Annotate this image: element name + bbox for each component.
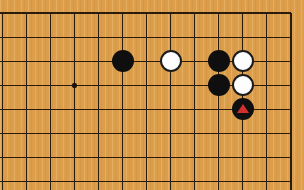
intersection-O17[interactable] [159, 49, 183, 73]
grid-line-v [146, 13, 147, 25]
grid-line-v [170, 73, 171, 97]
intersection-R19[interactable] [231, 1, 255, 25]
intersection-M19[interactable] [111, 1, 135, 25]
grid-line-v [290, 13, 292, 25]
grid-line-v [218, 13, 219, 25]
intersection-G19[interactable] [0, 1, 15, 25]
intersection-M18[interactable] [111, 25, 135, 49]
grid-line-v [98, 145, 99, 169]
intersection-J14[interactable] [39, 121, 63, 145]
intersection-Q17[interactable] [207, 49, 231, 73]
intersection-L15[interactable] [87, 97, 111, 121]
grid-line-v [290, 145, 292, 169]
intersection-M12[interactable] [111, 169, 135, 190]
intersection-P13[interactable] [183, 145, 207, 169]
intersection-P16[interactable] [183, 73, 207, 97]
grid-line-v [146, 73, 147, 97]
intersection-S19[interactable] [255, 1, 279, 25]
intersection-J17[interactable] [39, 49, 63, 73]
grid-line-v [146, 169, 147, 190]
grid-line-v [98, 25, 99, 49]
grid-line-v [98, 73, 99, 97]
grid-line-v [266, 169, 267, 190]
grid-line-v [170, 13, 171, 25]
intersection-P15[interactable] [183, 97, 207, 121]
grid-line-v [266, 25, 267, 49]
intersection-K14[interactable] [63, 121, 87, 145]
intersection-J16[interactable] [39, 73, 63, 97]
grid-line-v [242, 169, 243, 190]
grid-line-v [50, 49, 51, 73]
intersection-O18[interactable] [159, 25, 183, 49]
white-stone [160, 50, 182, 72]
intersection-T13[interactable] [279, 145, 303, 169]
grid-line-v [98, 49, 99, 73]
intersection-H12[interactable] [15, 169, 39, 190]
grid-line-v [50, 73, 51, 97]
intersection-R17[interactable] [231, 49, 255, 73]
grid-line-v [194, 121, 195, 145]
intersection-N19[interactable] [135, 1, 159, 25]
intersection-K13[interactable] [63, 145, 87, 169]
grid-line-v [122, 25, 123, 49]
grid-line-v [2, 145, 3, 169]
intersection-N18[interactable] [135, 25, 159, 49]
grid-line-v [194, 73, 195, 97]
intersection-P14[interactable] [183, 121, 207, 145]
intersection-H18[interactable] [15, 25, 39, 49]
intersection-M13[interactable] [111, 145, 135, 169]
intersection-L18[interactable] [87, 25, 111, 49]
intersection-G16[interactable] [0, 73, 15, 97]
grid-line-v [74, 169, 75, 190]
intersection-G15[interactable] [0, 97, 15, 121]
grid-line-v [266, 73, 267, 97]
intersection-L12[interactable] [87, 169, 111, 190]
grid-line-v [170, 169, 171, 190]
intersection-J12[interactable] [39, 169, 63, 190]
grid-line-v [26, 145, 27, 169]
grid-line-v [26, 97, 27, 121]
intersection-Q15[interactable] [207, 97, 231, 121]
white-stone [232, 50, 254, 72]
intersection-N16[interactable] [135, 73, 159, 97]
intersection-T17[interactable] [279, 49, 303, 73]
grid-line-v [146, 97, 147, 121]
grid-line-v [122, 13, 123, 25]
grid-line-v [146, 25, 147, 49]
intersection-N13[interactable] [135, 145, 159, 169]
grid-line-v [2, 25, 3, 49]
grid-line-v [2, 121, 3, 145]
grid-line-v [74, 97, 75, 121]
intersection-M15[interactable] [111, 97, 135, 121]
grid-line-v [242, 121, 243, 145]
intersection-H16[interactable] [15, 73, 39, 97]
intersection-S16[interactable] [255, 73, 279, 97]
intersection-Q18[interactable] [207, 25, 231, 49]
intersection-K17[interactable] [63, 49, 87, 73]
grid-line-v [98, 169, 99, 190]
intersection-S18[interactable] [255, 25, 279, 49]
intersection-M16[interactable] [111, 73, 135, 97]
intersection-G12[interactable] [0, 169, 15, 190]
grid-line-v [26, 169, 27, 190]
intersection-Q19[interactable] [207, 1, 231, 25]
intersection-P19[interactable] [183, 1, 207, 25]
intersection-J15[interactable] [39, 97, 63, 121]
grid-line-v [218, 121, 219, 145]
grid-line-v [2, 13, 3, 25]
grid-line-v [266, 13, 267, 25]
intersection-T19[interactable] [279, 1, 303, 25]
grid-line-v [2, 73, 3, 97]
grid-line-v [122, 73, 123, 97]
triangle-marker [237, 104, 249, 113]
black-stone [208, 74, 230, 96]
grid-line-v [242, 13, 243, 25]
intersection-Q16[interactable] [207, 73, 231, 97]
grid-line-v [50, 25, 51, 49]
intersection-T16[interactable] [279, 73, 303, 97]
intersection-O14[interactable] [159, 121, 183, 145]
intersection-Q13[interactable] [207, 145, 231, 169]
intersection-N12[interactable] [135, 169, 159, 190]
intersection-K12[interactable] [63, 169, 87, 190]
star-point [72, 83, 77, 88]
intersection-H15[interactable] [15, 97, 39, 121]
intersection-R12[interactable] [231, 169, 255, 190]
intersection-H17[interactable] [15, 49, 39, 73]
black-stone [208, 50, 230, 72]
grid-line-v [290, 25, 292, 49]
grid-line-v [290, 169, 292, 190]
intersection-R13[interactable] [231, 145, 255, 169]
intersection-T15[interactable] [279, 97, 303, 121]
intersection-N17[interactable] [135, 49, 159, 73]
intersection-R16[interactable] [231, 73, 255, 97]
grid-line-v [74, 13, 75, 25]
intersection-G18[interactable] [0, 25, 15, 49]
intersection-G17[interactable] [0, 49, 15, 73]
intersection-K18[interactable] [63, 25, 87, 49]
intersection-H19[interactable] [15, 1, 39, 25]
grid-line-v [266, 97, 267, 121]
intersection-G14[interactable] [0, 121, 15, 145]
intersection-T14[interactable] [279, 121, 303, 145]
grid-line-v [26, 25, 27, 49]
intersection-L19[interactable] [87, 1, 111, 25]
grid-line-v [50, 145, 51, 169]
intersection-Q12[interactable] [207, 169, 231, 190]
intersection-S13[interactable] [255, 145, 279, 169]
grid-line-v [122, 121, 123, 145]
intersection-O19[interactable] [159, 1, 183, 25]
grid-line-v [2, 49, 3, 73]
intersection-T18[interactable] [279, 25, 303, 49]
grid-line-v [2, 97, 3, 121]
intersection-L13[interactable] [87, 145, 111, 169]
intersection-K16[interactable] [63, 73, 87, 97]
intersection-S15[interactable] [255, 97, 279, 121]
grid-line-v [290, 97, 292, 121]
intersection-L16[interactable] [87, 73, 111, 97]
grid-line-v [50, 13, 51, 25]
intersection-O15[interactable] [159, 97, 183, 121]
intersection-H14[interactable] [15, 121, 39, 145]
grid-line-v [170, 121, 171, 145]
grid-line-v [98, 121, 99, 145]
grid-line-v [26, 121, 27, 145]
grid-line-v [194, 97, 195, 121]
black-stone [232, 98, 254, 120]
intersection-M17[interactable] [111, 49, 135, 73]
intersection-T12[interactable] [279, 169, 303, 190]
intersection-R18[interactable] [231, 25, 255, 49]
grid-line-v [194, 25, 195, 49]
intersection-Q14[interactable] [207, 121, 231, 145]
intersection-J13[interactable] [39, 145, 63, 169]
grid-line-v [2, 169, 3, 190]
grid-line-v [194, 49, 195, 73]
grid-line-v [218, 25, 219, 49]
grid-line-v [218, 169, 219, 190]
intersection-S17[interactable] [255, 49, 279, 73]
grid-line-v [26, 49, 27, 73]
intersection-R15[interactable] [231, 97, 255, 121]
grid-line-v [170, 97, 171, 121]
black-stone [112, 50, 134, 72]
grid-line-v [74, 145, 75, 169]
grid-line-v [242, 25, 243, 49]
intersection-P12[interactable] [183, 169, 207, 190]
intersection-O13[interactable] [159, 145, 183, 169]
grid-line-v [98, 13, 99, 25]
grid-line-v [290, 49, 292, 73]
grid-line-v [26, 13, 27, 25]
grid-line-v [146, 121, 147, 145]
grid-line-v [146, 145, 147, 169]
intersection-K15[interactable] [63, 97, 87, 121]
grid-line-v [242, 145, 243, 169]
grid-line-v [50, 169, 51, 190]
grid-line-v [122, 97, 123, 121]
intersection-O12[interactable] [159, 169, 183, 190]
grid-line-v [266, 145, 267, 169]
grid-line-v [50, 121, 51, 145]
grid-line-v [290, 121, 292, 145]
intersection-P18[interactable] [183, 25, 207, 49]
grid-line-v [194, 169, 195, 190]
grid-line-v [266, 49, 267, 73]
grid-line-v [290, 73, 292, 97]
grid-line-v [74, 121, 75, 145]
intersection-S12[interactable] [255, 169, 279, 190]
intersection-O16[interactable] [159, 73, 183, 97]
intersection-N15[interactable] [135, 97, 159, 121]
go-board-grid [0, 1, 303, 190]
grid-line-v [194, 13, 195, 25]
intersection-G13[interactable] [0, 145, 15, 169]
intersection-N14[interactable] [135, 121, 159, 145]
white-stone [232, 74, 254, 96]
grid-line-v [122, 169, 123, 190]
intersection-K19[interactable] [63, 1, 87, 25]
intersection-S14[interactable] [255, 121, 279, 145]
grid-line-v [74, 49, 75, 73]
intersection-L17[interactable] [87, 49, 111, 73]
grid-line-v [170, 25, 171, 49]
grid-line-v [98, 97, 99, 121]
grid-line-v [194, 145, 195, 169]
grid-line-v [266, 121, 267, 145]
intersection-R14[interactable] [231, 121, 255, 145]
intersection-H13[interactable] [15, 145, 39, 169]
intersection-L14[interactable] [87, 121, 111, 145]
intersection-J19[interactable] [39, 1, 63, 25]
intersection-P17[interactable] [183, 49, 207, 73]
go-board [0, 0, 304, 190]
grid-line-v [170, 145, 171, 169]
grid-line-v [218, 145, 219, 169]
grid-line-v [50, 97, 51, 121]
intersection-J18[interactable] [39, 25, 63, 49]
intersection-M14[interactable] [111, 121, 135, 145]
grid-line-v [122, 145, 123, 169]
grid-line-v [146, 49, 147, 73]
grid-line-v [218, 97, 219, 121]
grid-line-v [74, 25, 75, 49]
grid-line-v [26, 73, 27, 97]
